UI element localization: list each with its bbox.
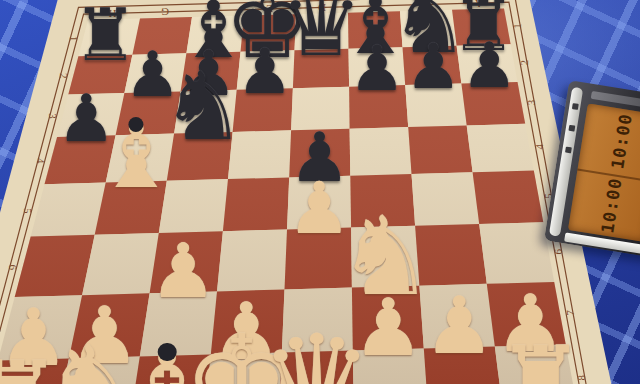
file-label-b: B bbox=[423, 0, 430, 11]
rank-label-left-2: 2 bbox=[58, 73, 70, 79]
clock-display-top: 10:00 bbox=[578, 106, 640, 175]
file-label-d: D bbox=[318, 2, 326, 14]
file-label-a: A bbox=[475, 0, 483, 10]
rank-label-right-3: 3 bbox=[525, 99, 537, 105]
rank-label-left-1: 1 bbox=[68, 36, 80, 42]
file-label-h: H bbox=[109, 8, 117, 20]
board-shading bbox=[0, 8, 578, 384]
rank-label-left-3: 3 bbox=[47, 113, 59, 119]
clock-lcd-screen: 10:00 10:00 bbox=[568, 103, 640, 242]
rank-label-right-6: 6 bbox=[552, 249, 564, 255]
clock-time-top: 10:00 bbox=[607, 112, 636, 171]
clock-display-bottom: 10:00 bbox=[568, 169, 640, 240]
rank-label-left-4: 4 bbox=[35, 158, 47, 164]
rank-label-right-4: 4 bbox=[533, 144, 545, 150]
rank-label-left-6: 6 bbox=[7, 264, 19, 270]
rank-label-right-2: 2 bbox=[518, 60, 530, 66]
rank-label-right-7: 7 bbox=[564, 310, 576, 316]
rank-label-right-1: 1 bbox=[511, 23, 523, 29]
file-label-f: F bbox=[214, 5, 220, 17]
photo-stage: HGFEDCBA1122334455667788 ♜♝♚♛♝♞♜♟♟♟♟♟♟♟♞… bbox=[0, 0, 640, 384]
rank-label-right-8: 8 bbox=[575, 374, 587, 380]
file-label-c: C bbox=[371, 0, 378, 12]
clock-time-bottom: 10:00 bbox=[597, 176, 626, 235]
rank-label-left-7: 7 bbox=[0, 326, 3, 332]
rank-label-left-5: 5 bbox=[22, 208, 34, 214]
chess-board: HGFEDCBA1122334455667788 bbox=[0, 0, 640, 384]
file-label-g: G bbox=[161, 6, 169, 18]
file-label-e: E bbox=[266, 3, 273, 15]
